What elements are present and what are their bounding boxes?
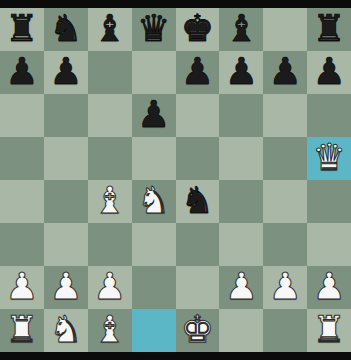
white-rook-piece[interactable]: ♜ <box>312 309 345 351</box>
black-rook-piece[interactable]: ♜ <box>312 8 345 50</box>
square-g8[interactable] <box>263 8 307 51</box>
square-h8[interactable]: ♜ <box>307 8 351 51</box>
chess-board: ♜♞♝♛♚♝♜♟♟♟♟♟♟♟♛♝♞♞♟♟♟♟♟♟♜♞♝♚♜ <box>0 8 351 352</box>
square-g6[interactable] <box>263 94 307 137</box>
square-e1[interactable]: ♚ <box>176 309 220 352</box>
black-pawn-piece[interactable]: ♟ <box>312 51 345 93</box>
black-king-piece[interactable]: ♚ <box>181 8 214 50</box>
square-g4[interactable] <box>263 180 307 223</box>
square-d2[interactable] <box>132 266 176 309</box>
square-e3[interactable] <box>176 223 220 266</box>
square-b8[interactable]: ♞ <box>44 8 88 51</box>
white-bishop-piece[interactable]: ♝ <box>93 180 126 222</box>
square-e5[interactable] <box>176 137 220 180</box>
black-pawn-piece[interactable]: ♟ <box>49 51 82 93</box>
black-pawn-piece[interactable]: ♟ <box>225 51 258 93</box>
square-c6[interactable] <box>88 94 132 137</box>
square-h4[interactable] <box>307 180 351 223</box>
square-c1[interactable]: ♝ <box>88 309 132 352</box>
square-c8[interactable]: ♝ <box>88 8 132 51</box>
square-c3[interactable] <box>88 223 132 266</box>
square-h3[interactable] <box>307 223 351 266</box>
black-bishop-piece[interactable]: ♝ <box>225 8 258 50</box>
square-e8[interactable]: ♚ <box>176 8 220 51</box>
black-pawn-piece[interactable]: ♟ <box>137 94 170 136</box>
square-g2[interactable]: ♟ <box>263 266 307 309</box>
square-b4[interactable] <box>44 180 88 223</box>
white-pawn-piece[interactable]: ♟ <box>225 266 258 308</box>
square-b2[interactable]: ♟ <box>44 266 88 309</box>
square-d5[interactable] <box>132 137 176 180</box>
square-b1[interactable]: ♞ <box>44 309 88 352</box>
square-g5[interactable] <box>263 137 307 180</box>
white-rook-piece[interactable]: ♜ <box>5 309 38 351</box>
square-f2[interactable]: ♟ <box>219 266 263 309</box>
square-h2[interactable]: ♟ <box>307 266 351 309</box>
square-f7[interactable]: ♟ <box>219 51 263 94</box>
square-d7[interactable] <box>132 51 176 94</box>
square-f3[interactable] <box>219 223 263 266</box>
white-pawn-piece[interactable]: ♟ <box>312 266 345 308</box>
white-bishop-piece[interactable]: ♝ <box>93 309 126 351</box>
square-d6[interactable]: ♟ <box>132 94 176 137</box>
square-f6[interactable] <box>219 94 263 137</box>
square-c5[interactable] <box>88 137 132 180</box>
black-pawn-piece[interactable]: ♟ <box>5 51 38 93</box>
square-b7[interactable]: ♟ <box>44 51 88 94</box>
square-a7[interactable]: ♟ <box>0 51 44 94</box>
black-pawn-piece[interactable]: ♟ <box>181 51 214 93</box>
square-c7[interactable] <box>88 51 132 94</box>
square-f4[interactable] <box>219 180 263 223</box>
white-knight-piece[interactable]: ♞ <box>49 309 82 351</box>
square-c4[interactable]: ♝ <box>88 180 132 223</box>
square-b6[interactable] <box>44 94 88 137</box>
square-c2[interactable]: ♟ <box>88 266 132 309</box>
square-h1[interactable]: ♜ <box>307 309 351 352</box>
black-rook-piece[interactable]: ♜ <box>5 8 38 50</box>
square-e7[interactable]: ♟ <box>176 51 220 94</box>
square-a8[interactable]: ♜ <box>0 8 44 51</box>
black-bishop-piece[interactable]: ♝ <box>93 8 126 50</box>
square-g1[interactable] <box>263 309 307 352</box>
square-a6[interactable] <box>0 94 44 137</box>
square-h6[interactable] <box>307 94 351 137</box>
square-g7[interactable]: ♟ <box>263 51 307 94</box>
square-d4[interactable]: ♞ <box>132 180 176 223</box>
white-queen-piece[interactable]: ♛ <box>312 137 345 179</box>
square-g3[interactable] <box>263 223 307 266</box>
chess-app-screen: ♜♞♝♛♚♝♜♟♟♟♟♟♟♟♛♝♞♞♟♟♟♟♟♟♜♞♝♚♜ <box>0 0 351 360</box>
square-a4[interactable] <box>0 180 44 223</box>
square-d8[interactable]: ♛ <box>132 8 176 51</box>
square-a5[interactable] <box>0 137 44 180</box>
square-e2[interactable] <box>176 266 220 309</box>
black-knight-piece[interactable]: ♞ <box>49 8 82 50</box>
black-pawn-piece[interactable]: ♟ <box>269 51 302 93</box>
square-e4[interactable]: ♞ <box>176 180 220 223</box>
square-b3[interactable] <box>44 223 88 266</box>
square-f8[interactable]: ♝ <box>219 8 263 51</box>
white-pawn-piece[interactable]: ♟ <box>49 266 82 308</box>
square-f1[interactable] <box>219 309 263 352</box>
top-letterbox-bar <box>0 0 351 8</box>
square-a2[interactable]: ♟ <box>0 266 44 309</box>
square-a1[interactable]: ♜ <box>0 309 44 352</box>
square-b5[interactable] <box>44 137 88 180</box>
white-king-piece[interactable]: ♚ <box>181 309 214 351</box>
black-queen-piece[interactable]: ♛ <box>137 8 170 50</box>
square-h5[interactable]: ♛ <box>307 137 351 180</box>
square-h7[interactable]: ♟ <box>307 51 351 94</box>
bottom-letterbox-bar <box>0 352 351 360</box>
square-d3[interactable] <box>132 223 176 266</box>
square-e6[interactable] <box>176 94 220 137</box>
white-pawn-piece[interactable]: ♟ <box>5 266 38 308</box>
square-d1[interactable] <box>132 309 176 352</box>
black-knight-piece[interactable]: ♞ <box>181 180 214 222</box>
white-pawn-piece[interactable]: ♟ <box>93 266 126 308</box>
square-a3[interactable] <box>0 223 44 266</box>
white-pawn-piece[interactable]: ♟ <box>269 266 302 308</box>
white-knight-piece[interactable]: ♞ <box>137 180 170 222</box>
square-f5[interactable] <box>219 137 263 180</box>
